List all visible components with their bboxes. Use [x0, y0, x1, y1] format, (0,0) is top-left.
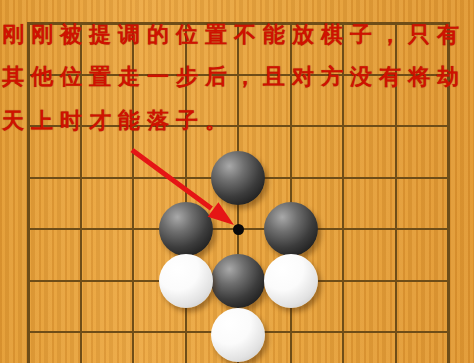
white-stone [264, 254, 318, 308]
caption-line-1: 刚刚被提调的位置不能放棋子，只有 [2, 20, 466, 50]
black-stone [159, 202, 213, 256]
black-stone [211, 151, 265, 205]
white-stone [159, 254, 213, 308]
go-ko-tutorial-diagram: 刚刚被提调的位置不能放棋子，只有 其他位置走一步后，且对方没有将劫 天上时才能落… [0, 0, 474, 363]
caption-line-3: 天上时才能落子。 [2, 106, 234, 136]
ko-point-dot [233, 224, 244, 235]
black-stone [264, 202, 318, 256]
caption-line-2: 其他位置走一步后，且对方没有将劫 [2, 62, 466, 92]
white-stone [211, 308, 265, 362]
black-stone [211, 254, 265, 308]
